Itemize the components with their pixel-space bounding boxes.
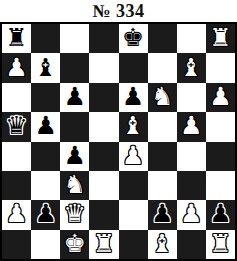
square-f4[interactable]	[148, 142, 177, 171]
square-c2[interactable]: ♛	[60, 200, 89, 229]
square-f6[interactable]: ♞	[148, 83, 177, 112]
square-a2[interactable]: ♟	[2, 200, 31, 229]
square-g2[interactable]: ♟	[177, 200, 206, 229]
square-b8[interactable]	[31, 24, 60, 53]
square-d5[interactable]	[89, 112, 118, 141]
square-b4[interactable]	[31, 142, 60, 171]
square-c4[interactable]: ♟	[60, 142, 89, 171]
square-b2[interactable]: ♟	[31, 200, 60, 229]
white-pawn-e4[interactable]: ♟	[122, 143, 144, 168]
square-g8[interactable]	[177, 24, 206, 53]
square-f3[interactable]	[148, 171, 177, 200]
square-g7[interactable]: ♝	[177, 53, 206, 82]
square-c7[interactable]	[60, 53, 89, 82]
square-d6[interactable]	[89, 83, 118, 112]
square-d2[interactable]	[89, 200, 118, 229]
square-h1[interactable]: ♜	[206, 230, 235, 259]
chess-board: ♜♚♜♟♝♝♟♟♞♟♛♟♝♟♟♟♞♟♟♛♟♟♟♚♜♝♜	[0, 22, 237, 261]
square-a8[interactable]: ♜	[2, 24, 31, 53]
square-h5[interactable]	[206, 112, 235, 141]
square-h6[interactable]: ♟	[206, 83, 235, 112]
square-c8[interactable]	[60, 24, 89, 53]
square-a6[interactable]	[2, 83, 31, 112]
square-f8[interactable]	[148, 24, 177, 53]
black-pawn-h2[interactable]: ♟	[209, 201, 231, 226]
square-h7[interactable]	[206, 53, 235, 82]
square-f1[interactable]: ♝	[148, 230, 177, 259]
chess-diagram-page: № 334 ♜♚♜♟♝♝♟♟♞♟♛♟♝♟♟♟♞♟♟♛♟♟♟♚♜♝♜	[0, 0, 237, 261]
square-f5[interactable]	[148, 112, 177, 141]
square-h3[interactable]	[206, 171, 235, 200]
square-c5[interactable]	[60, 112, 89, 141]
square-c6[interactable]: ♟	[60, 83, 89, 112]
square-e1[interactable]	[119, 230, 148, 259]
white-bishop-g7[interactable]: ♝	[180, 55, 202, 80]
black-pawn-b5[interactable]: ♟	[34, 113, 56, 138]
square-a4[interactable]	[2, 142, 31, 171]
square-e5[interactable]: ♝	[119, 112, 148, 141]
square-d1[interactable]: ♜	[89, 230, 118, 259]
black-pawn-c4[interactable]: ♟	[64, 143, 86, 168]
white-rook-h1[interactable]: ♜	[209, 231, 231, 256]
square-d7[interactable]	[89, 53, 118, 82]
square-g4[interactable]	[177, 142, 206, 171]
square-h2[interactable]: ♟	[206, 200, 235, 229]
white-pawn-a7[interactable]: ♟	[5, 55, 27, 80]
square-b7[interactable]: ♝	[31, 53, 60, 82]
black-queen-a5[interactable]: ♛	[5, 113, 27, 138]
square-h4[interactable]	[206, 142, 235, 171]
white-pawn-h6[interactable]: ♟	[209, 84, 231, 109]
square-b3[interactable]	[31, 171, 60, 200]
black-rook-a8[interactable]: ♜	[5, 25, 27, 50]
puzzle-number: № 334	[0, 0, 237, 22]
square-a7[interactable]: ♟	[2, 53, 31, 82]
black-pawn-b2[interactable]: ♟	[34, 201, 56, 226]
square-d3[interactable]	[89, 171, 118, 200]
square-e3[interactable]	[119, 171, 148, 200]
square-a3[interactable]	[2, 171, 31, 200]
square-d8[interactable]	[89, 24, 118, 53]
square-e6[interactable]: ♟	[119, 83, 148, 112]
white-bishop-e5[interactable]: ♝	[122, 113, 144, 138]
white-king-c1[interactable]: ♚	[64, 231, 86, 256]
square-a5[interactable]: ♛	[2, 112, 31, 141]
square-c3[interactable]: ♞	[60, 171, 89, 200]
square-e2[interactable]	[119, 200, 148, 229]
white-bishop-f1[interactable]: ♝	[151, 231, 173, 256]
square-g6[interactable]	[177, 83, 206, 112]
black-pawn-f2[interactable]: ♟	[151, 201, 173, 226]
square-e4[interactable]: ♟	[119, 142, 148, 171]
black-bishop-b7[interactable]: ♝	[34, 55, 56, 80]
square-d4[interactable]	[89, 142, 118, 171]
square-g1[interactable]	[177, 230, 206, 259]
white-rook-d1[interactable]: ♜	[93, 231, 115, 256]
white-pawn-g5[interactable]: ♟	[180, 113, 202, 138]
square-f7[interactable]	[148, 53, 177, 82]
white-knight-c3[interactable]: ♞	[64, 172, 86, 197]
square-h8[interactable]: ♜	[206, 24, 235, 53]
square-b5[interactable]: ♟	[31, 112, 60, 141]
black-pawn-c6[interactable]: ♟	[64, 84, 86, 109]
white-pawn-a2[interactable]: ♟	[5, 201, 27, 226]
black-pawn-e6[interactable]: ♟	[122, 84, 144, 109]
white-knight-f6[interactable]: ♞	[151, 84, 173, 109]
square-f2[interactable]: ♟	[148, 200, 177, 229]
square-g5[interactable]: ♟	[177, 112, 206, 141]
white-pawn-g2[interactable]: ♟	[180, 201, 202, 226]
square-g3[interactable]	[177, 171, 206, 200]
square-e7[interactable]	[119, 53, 148, 82]
square-b1[interactable]	[31, 230, 60, 259]
square-a1[interactable]	[2, 230, 31, 259]
square-c1[interactable]: ♚	[60, 230, 89, 259]
square-b6[interactable]	[31, 83, 60, 112]
white-queen-c2[interactable]: ♛	[64, 201, 86, 226]
square-e8[interactable]: ♚	[119, 24, 148, 53]
white-rook-h8[interactable]: ♜	[209, 25, 231, 50]
black-king-e8[interactable]: ♚	[122, 25, 144, 50]
